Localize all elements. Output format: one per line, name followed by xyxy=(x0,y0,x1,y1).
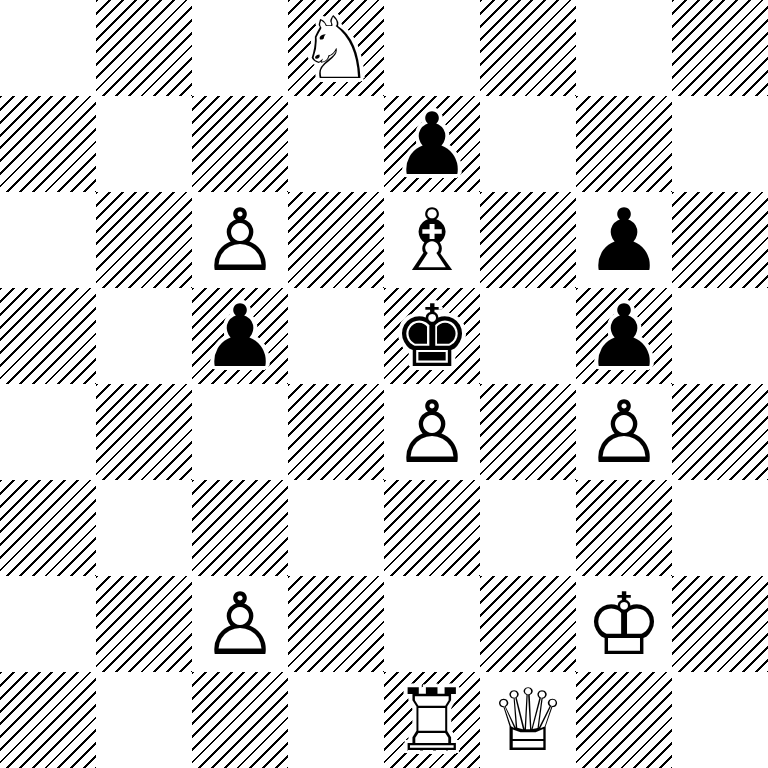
square-d4[interactable] xyxy=(288,384,384,480)
square-f1[interactable]: ♛♕ xyxy=(480,672,576,768)
square-g7[interactable] xyxy=(576,96,672,192)
black-pawn[interactable]: ♟ xyxy=(192,288,288,384)
square-f5[interactable] xyxy=(480,288,576,384)
square-d6[interactable] xyxy=(288,192,384,288)
square-e8[interactable] xyxy=(384,0,480,96)
square-a1[interactable] xyxy=(0,672,96,768)
square-e6[interactable]: ♝♗ xyxy=(384,192,480,288)
square-d5[interactable] xyxy=(288,288,384,384)
square-e4[interactable]: ♟♙ xyxy=(384,384,480,480)
square-h6[interactable] xyxy=(672,192,768,288)
square-a5[interactable] xyxy=(0,288,96,384)
square-f3[interactable] xyxy=(480,480,576,576)
square-b2[interactable] xyxy=(96,576,192,672)
square-f4[interactable] xyxy=(480,384,576,480)
square-c7[interactable] xyxy=(192,96,288,192)
square-d1[interactable] xyxy=(288,672,384,768)
black-pawn[interactable]: ♟ xyxy=(576,288,672,384)
square-d3[interactable] xyxy=(288,480,384,576)
square-c4[interactable] xyxy=(192,384,288,480)
square-f7[interactable] xyxy=(480,96,576,192)
black-pawn[interactable]: ♟ xyxy=(576,192,672,288)
square-b7[interactable] xyxy=(96,96,192,192)
square-a6[interactable] xyxy=(0,192,96,288)
square-d8[interactable]: ♞♘ xyxy=(288,0,384,96)
square-e2[interactable] xyxy=(384,576,480,672)
square-d7[interactable] xyxy=(288,96,384,192)
square-c8[interactable] xyxy=(192,0,288,96)
chess-board: ♞♘♟♟♟♙♝♗♟♟♟♟♚♚♟♟♟♙♟♙♟♙♚♔♜♖♛♕ xyxy=(0,0,768,768)
square-b1[interactable] xyxy=(96,672,192,768)
square-h1[interactable] xyxy=(672,672,768,768)
square-h8[interactable] xyxy=(672,0,768,96)
square-e1[interactable]: ♜♖ xyxy=(384,672,480,768)
square-c5[interactable]: ♟♟ xyxy=(192,288,288,384)
square-e3[interactable] xyxy=(384,480,480,576)
square-e7[interactable]: ♟♟ xyxy=(384,96,480,192)
square-g8[interactable] xyxy=(576,0,672,96)
square-c6[interactable]: ♟♙ xyxy=(192,192,288,288)
square-b8[interactable] xyxy=(96,0,192,96)
square-f2[interactable] xyxy=(480,576,576,672)
square-b4[interactable] xyxy=(96,384,192,480)
white-rook[interactable]: ♖ xyxy=(384,672,480,768)
square-h2[interactable] xyxy=(672,576,768,672)
square-g5[interactable]: ♟♟ xyxy=(576,288,672,384)
white-pawn[interactable]: ♙ xyxy=(192,576,288,672)
square-a2[interactable] xyxy=(0,576,96,672)
black-king[interactable]: ♚ xyxy=(384,288,480,384)
square-f6[interactable] xyxy=(480,192,576,288)
square-a4[interactable] xyxy=(0,384,96,480)
square-c3[interactable] xyxy=(192,480,288,576)
square-b5[interactable] xyxy=(96,288,192,384)
white-queen[interactable]: ♕ xyxy=(480,672,576,768)
square-c2[interactable]: ♟♙ xyxy=(192,576,288,672)
square-a3[interactable] xyxy=(0,480,96,576)
white-bishop[interactable]: ♗ xyxy=(384,192,480,288)
square-e5[interactable]: ♚♚ xyxy=(384,288,480,384)
square-g4[interactable]: ♟♙ xyxy=(576,384,672,480)
white-pawn[interactable]: ♙ xyxy=(192,192,288,288)
square-b6[interactable] xyxy=(96,192,192,288)
white-pawn[interactable]: ♙ xyxy=(576,384,672,480)
square-a7[interactable] xyxy=(0,96,96,192)
black-pawn[interactable]: ♟ xyxy=(384,96,480,192)
square-f8[interactable] xyxy=(480,0,576,96)
white-king[interactable]: ♔ xyxy=(576,576,672,672)
square-h5[interactable] xyxy=(672,288,768,384)
square-g2[interactable]: ♚♔ xyxy=(576,576,672,672)
square-c1[interactable] xyxy=(192,672,288,768)
square-a8[interactable] xyxy=(0,0,96,96)
square-g3[interactable] xyxy=(576,480,672,576)
square-g1[interactable] xyxy=(576,672,672,768)
square-h7[interactable] xyxy=(672,96,768,192)
square-h4[interactable] xyxy=(672,384,768,480)
white-pawn[interactable]: ♙ xyxy=(384,384,480,480)
square-b3[interactable] xyxy=(96,480,192,576)
square-h3[interactable] xyxy=(672,480,768,576)
square-d2[interactable] xyxy=(288,576,384,672)
square-g6[interactable]: ♟♟ xyxy=(576,192,672,288)
white-knight[interactable]: ♘ xyxy=(288,0,384,96)
